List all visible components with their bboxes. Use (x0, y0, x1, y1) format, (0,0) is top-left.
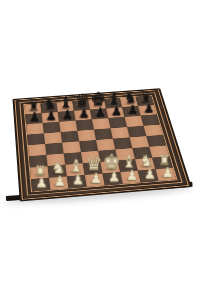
square-f5[interactable] (111, 127, 130, 139)
square-c5[interactable] (61, 131, 79, 143)
square-c6[interactable] (59, 121, 77, 132)
square-h7[interactable]: ♟ (138, 105, 157, 116)
chess-board: ♜♞♝♛♚♝♞♜♟♟♟♟♟♟♟♟♜♞♝♛♚♝♞♜♟♟♟♟♟♟♟♟ (12, 88, 191, 201)
square-f8[interactable]: ♝ (104, 98, 122, 109)
square-a7[interactable]: ♟ (25, 113, 42, 124)
piece-black-rook[interactable]: ♜ (129, 92, 163, 104)
piece-black-pawn[interactable]: ♟ (66, 107, 101, 120)
product-photo: ♜♞♝♛♚♝♞♜♟♟♟♟♟♟♟♟♜♞♝♛♚♝♞♜♟♟♟♟♟♟♟♟ (0, 0, 200, 300)
square-d5[interactable] (77, 130, 96, 142)
piece-black-knight[interactable]: ♞ (113, 92, 147, 106)
square-h8[interactable]: ♜ (136, 96, 154, 107)
square-f7[interactable]: ♟ (106, 107, 124, 118)
square-f6[interactable] (108, 117, 127, 128)
piece-black-rook[interactable]: ♜ (16, 100, 50, 112)
square-b6[interactable] (43, 122, 61, 133)
square-a1[interactable]: ♟ (31, 178, 50, 192)
square-a8[interactable]: ♜ (24, 104, 41, 115)
square-g5[interactable] (127, 126, 146, 138)
piece-black-knight[interactable]: ♞ (32, 97, 66, 111)
square-e6[interactable] (92, 118, 111, 129)
chess-board-grid: ♜♞♝♛♚♝♞♜♟♟♟♟♟♟♟♟♜♞♝♛♚♝♞♜♟♟♟♟♟♟♟♟ (24, 96, 176, 192)
piece-black-pawn[interactable]: ♟ (50, 108, 85, 121)
board-scene: ♜♞♝♛♚♝♞♜♟♟♟♟♟♟♟♟♜♞♝♛♚♝♞♜♟♟♟♟♟♟♟♟ (16, 60, 176, 220)
square-g7[interactable]: ♟ (122, 106, 141, 117)
piece-black-pawn[interactable]: ♟ (115, 103, 150, 115)
square-g8[interactable]: ♞ (120, 97, 138, 108)
square-d4[interactable] (79, 140, 98, 152)
square-h5[interactable] (143, 125, 162, 137)
square-c8[interactable]: ♝ (56, 101, 74, 112)
piece-black-pawn[interactable]: ♟ (33, 109, 68, 122)
square-e8[interactable]: ♚ (88, 99, 106, 110)
square-b7[interactable]: ♟ (42, 112, 60, 123)
square-a6[interactable] (26, 123, 44, 135)
square-h6[interactable] (141, 115, 160, 126)
square-e7[interactable]: ♟ (90, 108, 108, 119)
piece-black-bishop[interactable]: ♝ (48, 95, 82, 110)
square-e5[interactable] (94, 128, 113, 140)
piece-black-pawn[interactable]: ♟ (17, 110, 52, 123)
piece-black-pawn[interactable]: ♟ (131, 102, 166, 114)
piece-black-pawn[interactable]: ♟ (82, 105, 117, 118)
square-g6[interactable] (125, 116, 144, 127)
piece-black-pawn[interactable]: ♟ (99, 104, 134, 117)
square-d8[interactable]: ♛ (72, 100, 90, 111)
piece-black-king[interactable]: ♚ (81, 90, 115, 108)
square-d7[interactable]: ♟ (74, 110, 92, 121)
square-d6[interactable] (76, 119, 94, 130)
square-b8[interactable]: ♞ (40, 102, 57, 113)
square-c7[interactable]: ♟ (58, 111, 76, 122)
piece-black-queen[interactable]: ♛ (65, 92, 99, 109)
piece-white-pawn[interactable]: ♟ (22, 175, 61, 189)
piece-black-bishop[interactable]: ♝ (97, 92, 131, 107)
square-g4[interactable] (130, 136, 150, 148)
